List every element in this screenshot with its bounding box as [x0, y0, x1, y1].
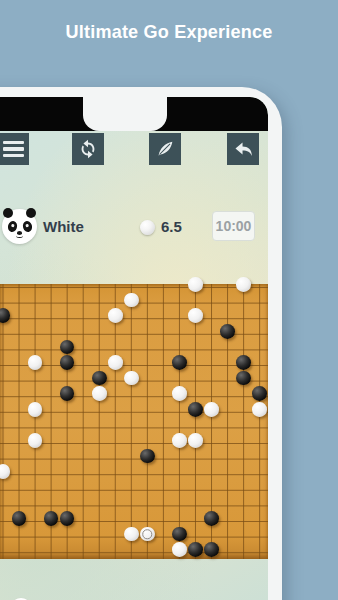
stone-white [252, 402, 267, 417]
undo-button[interactable] [227, 133, 259, 165]
stone-white [124, 371, 139, 386]
stone-black [92, 371, 107, 386]
panda-avatar[interactable] [2, 209, 37, 244]
stone-white [28, 433, 43, 448]
feather-icon [154, 138, 176, 160]
sync-refresh-icon [77, 138, 99, 160]
stone-black [172, 527, 187, 542]
app-screen: White 6.5 10:00 [0, 97, 268, 600]
go-board[interactable] [0, 284, 268, 559]
panda-ear [26, 208, 36, 218]
stone-black [188, 542, 203, 557]
stone-white [92, 386, 107, 401]
stone-black [172, 355, 187, 370]
stone-white [28, 355, 43, 370]
stone-black [60, 355, 75, 370]
stone-black [12, 511, 27, 526]
stone-white [172, 542, 187, 557]
stone-black [60, 511, 75, 526]
player-clock: 10:00 [212, 211, 255, 241]
stone-white [108, 308, 123, 323]
stone-black [252, 386, 267, 401]
stone-white [28, 402, 43, 417]
stone-black [44, 511, 59, 526]
stone-black [188, 402, 203, 417]
stone-white [140, 527, 155, 542]
promo-screenshot: Ultimate Go Experience [0, 0, 338, 600]
komi-value: 6.5 [161, 218, 182, 235]
stone-black [236, 355, 251, 370]
stone-white [124, 527, 139, 542]
stone-black [204, 511, 219, 526]
stone-white [204, 402, 219, 417]
hamburger-icon [3, 141, 24, 157]
menu-button[interactable] [0, 133, 29, 165]
player-name: White [43, 218, 84, 235]
stone-white [172, 433, 187, 448]
stone-black [220, 324, 235, 339]
stone-white [124, 293, 139, 308]
stone-black [140, 449, 155, 464]
undo-arrow-icon [232, 138, 254, 160]
stone-white [188, 433, 203, 448]
stone-white [172, 386, 187, 401]
stone-white [188, 308, 203, 323]
panda-ear [3, 208, 13, 218]
stone-black [204, 542, 219, 557]
stone-white [236, 277, 251, 292]
stone-white [188, 277, 203, 292]
panda-eye [21, 220, 33, 233]
page-title: Ultimate Go Experience [8, 21, 329, 43]
edit-button[interactable] [149, 133, 181, 165]
white-stone-icon [140, 220, 155, 235]
sync-button[interactable] [72, 133, 104, 165]
stone-white [108, 355, 123, 370]
stone-black [236, 371, 251, 386]
phone-notch [83, 87, 167, 131]
panda-mouth [16, 233, 23, 238]
